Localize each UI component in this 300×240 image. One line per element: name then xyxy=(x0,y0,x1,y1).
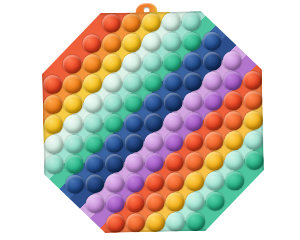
pop-bubble[interactable] xyxy=(203,91,222,110)
pop-bubble[interactable] xyxy=(145,172,164,191)
pop-bubble[interactable] xyxy=(85,194,104,213)
pop-bubble[interactable] xyxy=(183,111,202,130)
pop-bubble[interactable] xyxy=(122,73,141,92)
pop-bubble[interactable] xyxy=(244,150,263,169)
pop-bubble[interactable] xyxy=(63,114,82,133)
pop-bubble[interactable] xyxy=(42,74,61,93)
pop-bubble[interactable] xyxy=(165,172,184,191)
pop-bubble[interactable] xyxy=(243,90,262,109)
pop-bubble[interactable] xyxy=(224,151,243,170)
pop-bubble[interactable] xyxy=(164,132,183,151)
pop-bubble[interactable] xyxy=(141,12,160,31)
pop-bubble[interactable] xyxy=(205,191,224,210)
pop-bubble[interactable] xyxy=(142,72,161,91)
pop-bubble[interactable] xyxy=(204,131,223,150)
pop-bubble[interactable] xyxy=(203,111,222,130)
pop-bubble[interactable] xyxy=(84,134,103,153)
pop-bubble[interactable] xyxy=(142,52,161,71)
pop-bubble[interactable] xyxy=(105,193,124,212)
pop-bubble[interactable] xyxy=(82,74,101,93)
pop-bubble[interactable] xyxy=(164,152,183,171)
pop-bubble[interactable] xyxy=(162,52,181,71)
pop-bubble[interactable] xyxy=(62,54,81,73)
pop-bubble[interactable] xyxy=(145,192,164,211)
pop-bubble[interactable] xyxy=(145,212,164,231)
pop-bubble[interactable] xyxy=(165,192,184,211)
pop-bubble[interactable] xyxy=(144,132,163,151)
pop-bubble[interactable] xyxy=(124,153,143,172)
pop-bubble[interactable] xyxy=(242,70,261,89)
pop-bubble[interactable] xyxy=(102,33,121,52)
pop-bubble[interactable] xyxy=(122,53,141,72)
pop-it-toy xyxy=(41,10,266,235)
pop-bubble[interactable] xyxy=(65,174,84,193)
pop-bubble[interactable] xyxy=(123,113,142,132)
pop-bubble[interactable] xyxy=(184,131,203,150)
pop-bubble[interactable] xyxy=(202,51,221,70)
pop-bubble[interactable] xyxy=(43,114,62,133)
pop-bubble[interactable] xyxy=(125,193,144,212)
pop-bubble[interactable] xyxy=(184,151,203,170)
pop-bubble[interactable] xyxy=(85,174,104,193)
pop-bubble[interactable] xyxy=(44,134,63,153)
pop-bubble[interactable] xyxy=(125,173,144,192)
pop-bubble[interactable] xyxy=(222,51,241,70)
pop-bubble[interactable] xyxy=(83,94,102,113)
pop-bubble[interactable] xyxy=(225,171,244,190)
pop-bubble[interactable] xyxy=(124,133,143,152)
pop-bubble[interactable] xyxy=(62,74,81,93)
pop-bubble[interactable] xyxy=(105,173,124,192)
pop-bubble[interactable] xyxy=(161,12,180,31)
pop-bubble[interactable] xyxy=(82,34,101,53)
pop-bubble[interactable] xyxy=(202,71,221,90)
pop-bubble[interactable] xyxy=(143,92,162,111)
pop-bubble[interactable] xyxy=(122,33,141,52)
pop-bubble[interactable] xyxy=(244,130,263,149)
pop-bubble[interactable] xyxy=(82,54,101,73)
pop-bubble[interactable] xyxy=(121,13,140,32)
pop-bubble[interactable] xyxy=(162,32,181,51)
pop-bubble[interactable] xyxy=(222,71,241,90)
pop-bubble[interactable] xyxy=(84,154,103,173)
pop-bubble[interactable] xyxy=(182,31,201,50)
pop-bubble[interactable] xyxy=(102,53,121,72)
pop-bubble[interactable] xyxy=(182,51,201,70)
pop-bubble[interactable] xyxy=(142,32,161,51)
pop-it-board xyxy=(41,10,266,235)
pop-bubble[interactable] xyxy=(185,191,204,210)
pop-bubble[interactable] xyxy=(181,11,200,30)
pop-bubble[interactable] xyxy=(223,111,242,130)
pop-bubble[interactable] xyxy=(243,110,262,129)
pop-bubble[interactable] xyxy=(43,94,62,113)
pop-bubble[interactable] xyxy=(204,151,223,170)
pop-bubble[interactable] xyxy=(64,134,83,153)
pop-bubble[interactable] xyxy=(163,92,182,111)
pop-bubble[interactable] xyxy=(125,213,144,232)
pop-bubble[interactable] xyxy=(102,73,121,92)
pop-bubble[interactable] xyxy=(183,91,202,110)
pop-bubble[interactable] xyxy=(185,211,204,230)
pop-bubble[interactable] xyxy=(63,94,82,113)
pop-bubble[interactable] xyxy=(143,112,162,131)
pop-bubble[interactable] xyxy=(101,13,120,32)
pop-bubble[interactable] xyxy=(163,112,182,131)
pop-bubble[interactable] xyxy=(165,212,184,231)
pop-bubble[interactable] xyxy=(103,93,122,112)
photo-background xyxy=(0,0,300,240)
pop-bubble[interactable] xyxy=(162,72,181,91)
pop-bubble[interactable] xyxy=(44,154,63,173)
pop-bubble[interactable] xyxy=(83,114,102,133)
pop-bubble[interactable] xyxy=(144,152,163,171)
pop-bubble[interactable] xyxy=(104,153,123,172)
pop-bubble[interactable] xyxy=(103,113,122,132)
pop-bubble[interactable] xyxy=(64,154,83,173)
pop-bubble[interactable] xyxy=(105,213,124,232)
pop-bubble[interactable] xyxy=(224,131,243,150)
pop-bubble[interactable] xyxy=(104,133,123,152)
pop-bubble[interactable] xyxy=(205,171,224,190)
pop-bubble[interactable] xyxy=(182,71,201,90)
pop-bubble[interactable] xyxy=(185,171,204,190)
pop-bubble[interactable] xyxy=(123,93,142,112)
pop-bubble[interactable] xyxy=(223,91,242,110)
pop-bubble[interactable] xyxy=(202,31,221,50)
